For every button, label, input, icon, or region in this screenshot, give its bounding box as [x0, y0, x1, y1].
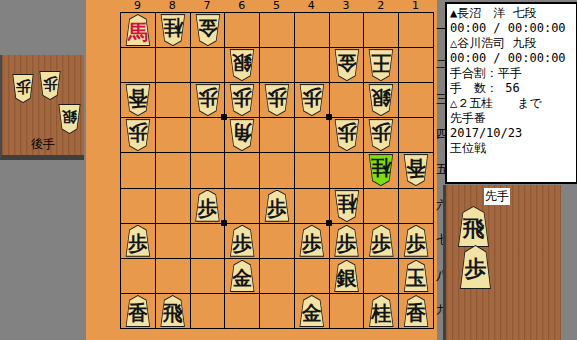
- piece-kanji: 香: [128, 88, 148, 108]
- piece-fu-sente[interactable]: 歩: [333, 225, 361, 257]
- piece-kanji: 歩: [128, 233, 148, 253]
- piece-kanji: 飛: [163, 303, 183, 323]
- piece-keima-gote[interactable]: 桂: [159, 14, 187, 46]
- hand-piece-gin-gote[interactable]: 銀: [57, 104, 82, 134]
- piece-fu-sente[interactable]: 歩: [194, 190, 222, 222]
- piece-kanji: 飛: [463, 218, 485, 240]
- board-square-12[interactable]: [398, 47, 433, 82]
- board-square-18[interactable]: 玉: [398, 258, 433, 293]
- piece-fu-gote[interactable]: 歩: [367, 119, 395, 151]
- board-square-43[interactable]: 歩: [294, 82, 329, 117]
- side-to-move-line: 先手番: [450, 111, 574, 126]
- board-square-49[interactable]: 金: [294, 293, 329, 328]
- board-square-89[interactable]: 飛: [155, 293, 190, 328]
- column-labels: 987654321: [120, 0, 433, 12]
- star-point: [221, 114, 227, 120]
- piece-fu-sente[interactable]: 歩: [228, 225, 256, 257]
- column-label-8: 8: [155, 0, 190, 12]
- board-square-67[interactable]: 歩: [224, 223, 259, 258]
- board-square-87[interactable]: [155, 223, 190, 258]
- board-square-39[interactable]: [329, 293, 364, 328]
- move-count-line: 手 数： 56: [450, 81, 574, 96]
- sente-player-name: ▲長沼 洋 七段: [450, 6, 574, 21]
- piece-gin-gote[interactable]: 銀: [367, 84, 395, 116]
- piece-kanji: 歩: [465, 258, 487, 280]
- board-square-11[interactable]: [398, 12, 433, 47]
- sente-label: 先手: [484, 188, 510, 205]
- piece-fu-sente[interactable]: 歩: [402, 225, 430, 257]
- board-square-66[interactable]: [224, 188, 259, 223]
- board-square-51[interactable]: [259, 12, 294, 47]
- piece-gin-gote[interactable]: 銀: [228, 49, 256, 81]
- game-date: 2017/10/23: [450, 126, 574, 141]
- piece-kanji: 角: [232, 123, 252, 143]
- star-point: [326, 220, 332, 226]
- piece-kanji: 香: [406, 159, 426, 179]
- piece-uma-promoted-bishop-sente[interactable]: 馬: [124, 14, 152, 46]
- gote-player-name: △谷川浩司 九段: [450, 36, 574, 51]
- board-square-81[interactable]: 桂: [155, 12, 190, 47]
- board-square-62[interactable]: 銀: [224, 47, 259, 82]
- board-square-15[interactable]: 香: [398, 152, 433, 187]
- board-square-65[interactable]: [224, 152, 259, 187]
- board-square-91[interactable]: 馬: [120, 12, 155, 47]
- board-square-95[interactable]: [120, 152, 155, 187]
- handicap-line: 手合割：平手: [450, 66, 574, 81]
- piece-kyosha-gote[interactable]: 香: [124, 84, 152, 116]
- piece-fu-gote[interactable]: 歩: [263, 84, 291, 116]
- board-square-88[interactable]: [155, 258, 190, 293]
- piece-kanji: 歩: [43, 76, 58, 91]
- board-square-25[interactable]: 桂: [363, 152, 398, 187]
- column-label-4: 4: [294, 0, 329, 12]
- piece-kyosha-sente[interactable]: 香: [124, 295, 152, 327]
- piece-kaku-gote[interactable]: 角: [228, 119, 256, 151]
- piece-kanji: 歩: [302, 233, 322, 253]
- board-square-41[interactable]: [294, 12, 329, 47]
- piece-fu-sente[interactable]: 歩: [367, 225, 395, 257]
- board-square-22[interactable]: 王: [363, 47, 398, 82]
- board-square-94[interactable]: 歩: [120, 117, 155, 152]
- board-square-16[interactable]: [398, 188, 433, 223]
- board-square-36[interactable]: 桂: [329, 188, 364, 223]
- column-label-6: 6: [224, 0, 259, 12]
- board-square-14[interactable]: [398, 117, 433, 152]
- board-square-75[interactable]: [190, 152, 225, 187]
- board-square-72[interactable]: [190, 47, 225, 82]
- piece-kanji: 歩: [197, 88, 217, 108]
- board-square-48[interactable]: [294, 258, 329, 293]
- board-square-96[interactable]: [120, 188, 155, 223]
- board-square-64[interactable]: 角: [224, 117, 259, 152]
- hand-piece-fu-gote[interactable]: 歩: [38, 71, 62, 100]
- piece-kanji: 歩: [232, 88, 252, 108]
- board-square-53[interactable]: 歩: [259, 82, 294, 117]
- board-square-46[interactable]: [294, 188, 329, 223]
- board-square-44[interactable]: [294, 117, 329, 152]
- column-label-1: 1: [398, 0, 433, 12]
- gote-hand-tray: 後手 歩歩銀: [0, 55, 84, 160]
- board-square-61[interactable]: [224, 12, 259, 47]
- board-square-98[interactable]: [120, 258, 155, 293]
- star-point: [221, 220, 227, 226]
- piece-kin-sente[interactable]: 金: [298, 295, 326, 327]
- last-move-line: △２五桂 まで: [450, 96, 574, 111]
- board-square-69[interactable]: [224, 293, 259, 328]
- column-label-3: 3: [329, 0, 364, 12]
- piece-kanji: 歩: [197, 198, 217, 218]
- piece-kanji: 桂: [163, 18, 183, 38]
- piece-gin-sente[interactable]: 銀: [333, 260, 361, 292]
- piece-kanji: 馬: [128, 22, 148, 42]
- board-panel: 987654321 一二三四五六七八九 馬桂金銀金王香歩歩歩歩銀歩角歩歩桂香歩歩…: [86, 0, 437, 340]
- board-square-19[interactable]: 香: [398, 293, 433, 328]
- piece-kanji: 歩: [302, 88, 322, 108]
- piece-kanji: 香: [406, 303, 426, 323]
- piece-kanji: 銀: [62, 110, 77, 125]
- board-square-78[interactable]: [190, 258, 225, 293]
- board-square-13[interactable]: [398, 82, 433, 117]
- piece-kanji: 金: [337, 53, 357, 73]
- star-point: [326, 114, 332, 120]
- board-square-28[interactable]: [363, 258, 398, 293]
- piece-kanji: 王: [371, 53, 391, 73]
- board-square-27[interactable]: 歩: [363, 223, 398, 258]
- tournament-name: 王位戦: [450, 141, 574, 156]
- piece-kanji: 銀: [337, 268, 357, 288]
- board-square-92[interactable]: [120, 47, 155, 82]
- piece-kanji: 銀: [232, 53, 252, 73]
- board-square-42[interactable]: [294, 47, 329, 82]
- piece-keima-gote[interactable]: 桂: [367, 154, 395, 186]
- piece-kanji: 歩: [267, 88, 287, 108]
- board-square-79[interactable]: [190, 293, 225, 328]
- piece-kanji: 桂: [337, 194, 357, 214]
- board-square-17[interactable]: 歩: [398, 223, 433, 258]
- gote-label: 後手: [2, 136, 84, 153]
- piece-fu-gote[interactable]: 歩: [228, 84, 256, 116]
- piece-kanji: 香: [128, 303, 148, 323]
- board-square-77[interactable]: [190, 223, 225, 258]
- board-square-34[interactable]: 歩: [329, 117, 364, 152]
- board-square-82[interactable]: [155, 47, 190, 82]
- board-square-26[interactable]: [363, 188, 398, 223]
- piece-fu-gote[interactable]: 歩: [124, 119, 152, 151]
- board-square-23[interactable]: 銀: [363, 82, 398, 117]
- board-square-24[interactable]: 歩: [363, 117, 398, 152]
- piece-gyoku-king-sente[interactable]: 玉: [402, 260, 430, 292]
- piece-kanji: 歩: [232, 233, 252, 253]
- board-square-45[interactable]: [294, 152, 329, 187]
- board-square-47[interactable]: 歩: [294, 223, 329, 258]
- game-info-panel: ▲長沼 洋 七段 00:00 / 00:00:00 △谷川浩司 九段 00:00…: [445, 2, 577, 184]
- hand-piece-fu-gote[interactable]: 歩: [11, 74, 35, 103]
- piece-fu-gote[interactable]: 歩: [194, 84, 222, 116]
- board-square-57[interactable]: [259, 223, 294, 258]
- board-square-85[interactable]: [155, 152, 190, 187]
- piece-kyosha-sente[interactable]: 香: [402, 295, 430, 327]
- piece-kanji: 桂: [371, 159, 391, 179]
- board-square-52[interactable]: [259, 47, 294, 82]
- piece-kanji: 歩: [371, 233, 391, 253]
- board-square-97[interactable]: 歩: [120, 223, 155, 258]
- board-square-83[interactable]: [155, 82, 190, 117]
- board-square-55[interactable]: [259, 152, 294, 187]
- column-label-2: 2: [363, 0, 398, 12]
- piece-hisha-sente[interactable]: 飛: [159, 295, 187, 327]
- piece-kin-gote[interactable]: 金: [194, 14, 222, 46]
- board-square-38[interactable]: 銀: [329, 258, 364, 293]
- hand-piece-fu-sente[interactable]: 歩: [458, 245, 493, 289]
- piece-kanji: 歩: [406, 233, 426, 253]
- board-square-29[interactable]: 桂: [363, 293, 398, 328]
- board-square-32[interactable]: 金: [329, 47, 364, 82]
- board-square-21[interactable]: [363, 12, 398, 47]
- piece-kin-gote[interactable]: 金: [333, 49, 361, 81]
- piece-fu-gote[interactable]: 歩: [333, 119, 361, 151]
- piece-ou-king-gote[interactable]: 王: [367, 49, 395, 81]
- board-square-76[interactable]: 歩: [190, 188, 225, 223]
- board-square-37[interactable]: 歩: [329, 223, 364, 258]
- piece-keima-gote[interactable]: 桂: [333, 190, 361, 222]
- piece-kanji: 歩: [337, 123, 357, 143]
- piece-kanji: 歩: [371, 123, 391, 143]
- column-label-7: 7: [190, 0, 225, 12]
- hand-piece-hisha-sente[interactable]: 飛: [456, 206, 491, 247]
- board-square-31[interactable]: [329, 12, 364, 47]
- piece-kanji: 歩: [128, 123, 148, 143]
- board-square-93[interactable]: 香: [120, 82, 155, 117]
- board-square-71[interactable]: 金: [190, 12, 225, 47]
- piece-kanji: 歩: [267, 198, 287, 218]
- piece-kanji: 歩: [337, 233, 357, 253]
- piece-kanji: 銀: [371, 88, 391, 108]
- board-square-54[interactable]: [259, 117, 294, 152]
- sente-hand-tray: 先手 飛歩: [443, 185, 561, 340]
- board-square-63[interactable]: 歩: [224, 82, 259, 117]
- piece-kin-sente[interactable]: 金: [228, 260, 256, 292]
- board-square-33[interactable]: [329, 82, 364, 117]
- board-square-58[interactable]: [259, 258, 294, 293]
- board-grid: 馬桂金銀金王香歩歩歩歩銀歩角歩歩桂香歩歩桂歩歩歩歩歩歩金銀玉香飛金桂香: [120, 12, 434, 329]
- board-square-74[interactable]: [190, 117, 225, 152]
- piece-kanji: 金: [302, 303, 322, 323]
- board-square-68[interactable]: 金: [224, 258, 259, 293]
- shogi-viewer: 後手 歩歩銀 987654321 一二三四五六七八九 馬桂金銀金王香歩歩歩歩銀歩…: [0, 0, 577, 340]
- sente-clock: 00:00 / 00:00:00: [450, 21, 574, 36]
- piece-kanji: 歩: [16, 79, 31, 94]
- piece-kyosha-gote[interactable]: 香: [402, 154, 430, 186]
- board-square-56[interactable]: 歩: [259, 188, 294, 223]
- piece-fu-sente[interactable]: 歩: [263, 190, 291, 222]
- piece-kanji: 金: [232, 268, 252, 288]
- gote-clock: 00:00 / 00:00:00: [450, 51, 574, 66]
- column-label-5: 5: [259, 0, 294, 12]
- board-square-99[interactable]: 香: [120, 293, 155, 328]
- piece-fu-sente[interactable]: 歩: [124, 225, 152, 257]
- column-label-9: 9: [120, 0, 155, 12]
- piece-keima-sente[interactable]: 桂: [367, 295, 395, 327]
- piece-fu-sente[interactable]: 歩: [298, 225, 326, 257]
- board-square-86[interactable]: [155, 188, 190, 223]
- board-square-59[interactable]: [259, 293, 294, 328]
- board-square-73[interactable]: 歩: [190, 82, 225, 117]
- piece-kanji: 桂: [371, 303, 391, 323]
- piece-kanji: 玉: [406, 268, 426, 288]
- board-square-35[interactable]: [329, 152, 364, 187]
- piece-kanji: 金: [197, 18, 217, 38]
- board-square-84[interactable]: [155, 117, 190, 152]
- piece-fu-gote[interactable]: 歩: [298, 84, 326, 116]
